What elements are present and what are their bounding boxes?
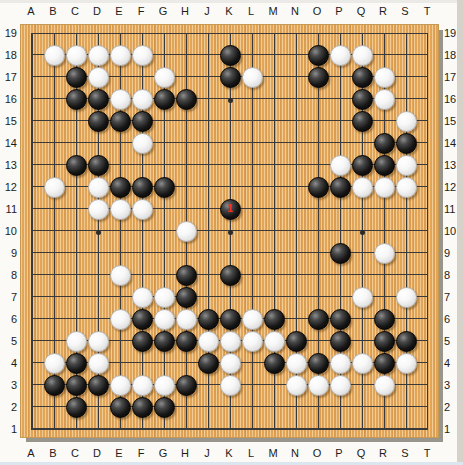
intersection-B4[interactable] (43, 352, 65, 374)
intersection-T10[interactable] (417, 220, 439, 242)
black-stone-D3[interactable] (88, 375, 109, 396)
white-stone-E8[interactable] (110, 265, 131, 286)
intersection-J3[interactable] (197, 374, 219, 396)
intersection-P13[interactable] (329, 154, 351, 176)
intersection-Q10[interactable] (351, 220, 373, 242)
black-stone-F5[interactable] (132, 331, 153, 352)
intersection-S18[interactable] (395, 44, 417, 66)
intersection-A9[interactable] (21, 242, 43, 264)
intersection-S6[interactable] (395, 308, 417, 330)
white-stone-Q7[interactable] (352, 287, 373, 308)
intersection-T14[interactable] (417, 132, 439, 154)
intersection-C3[interactable] (65, 374, 87, 396)
intersection-O10[interactable] (307, 220, 329, 242)
intersection-M16[interactable] (263, 88, 285, 110)
intersection-L7[interactable] (241, 286, 263, 308)
black-stone-F6[interactable] (132, 309, 153, 330)
intersection-H17[interactable] (175, 66, 197, 88)
intersection-N11[interactable] (285, 198, 307, 220)
intersection-N12[interactable] (285, 176, 307, 198)
intersection-T17[interactable] (417, 66, 439, 88)
intersection-R15[interactable] (373, 110, 395, 132)
intersection-F5[interactable] (131, 330, 153, 352)
black-stone-H7[interactable] (176, 287, 197, 308)
intersection-O12[interactable] (307, 176, 329, 198)
intersection-A8[interactable] (21, 264, 43, 286)
white-stone-R16[interactable] (374, 89, 395, 110)
intersection-G8[interactable] (153, 264, 175, 286)
intersection-R16[interactable] (373, 88, 395, 110)
black-stone-R6[interactable] (374, 309, 395, 330)
intersection-B12[interactable] (43, 176, 65, 198)
white-stone-F18[interactable] (132, 45, 153, 66)
intersection-L16[interactable] (241, 88, 263, 110)
intersection-L17[interactable] (241, 66, 263, 88)
intersection-J18[interactable] (197, 44, 219, 66)
intersection-F11[interactable] (131, 198, 153, 220)
black-stone-K11[interactable]: 1 (220, 199, 241, 220)
intersection-Q9[interactable] (351, 242, 373, 264)
intersection-D8[interactable] (87, 264, 109, 286)
intersection-S19[interactable] (395, 22, 417, 44)
go-board[interactable]: 1 (20, 24, 439, 438)
intersection-G2[interactable] (153, 396, 175, 418)
white-stone-L17[interactable] (242, 67, 263, 88)
intersection-M17[interactable] (263, 66, 285, 88)
intersection-Q1[interactable] (351, 418, 373, 440)
intersection-S1[interactable] (395, 418, 417, 440)
white-stone-F16[interactable] (132, 89, 153, 110)
intersection-Q7[interactable] (351, 286, 373, 308)
intersection-P19[interactable] (329, 22, 351, 44)
intersection-P11[interactable] (329, 198, 351, 220)
intersection-E14[interactable] (109, 132, 131, 154)
white-stone-Q18[interactable] (352, 45, 373, 66)
intersection-G5[interactable] (153, 330, 175, 352)
white-stone-N4[interactable] (286, 353, 307, 374)
intersection-Q17[interactable] (351, 66, 373, 88)
intersection-S4[interactable] (395, 352, 417, 374)
intersection-J14[interactable] (197, 132, 219, 154)
intersection-J15[interactable] (197, 110, 219, 132)
white-stone-C18[interactable] (66, 45, 87, 66)
white-stone-D18[interactable] (88, 45, 109, 66)
intersection-E6[interactable] (109, 308, 131, 330)
intersection-H8[interactable] (175, 264, 197, 286)
white-stone-O3[interactable] (308, 375, 329, 396)
intersection-M19[interactable] (263, 22, 285, 44)
intersection-F1[interactable] (131, 418, 153, 440)
intersection-B9[interactable] (43, 242, 65, 264)
intersection-E17[interactable] (109, 66, 131, 88)
white-stone-N3[interactable] (286, 375, 307, 396)
intersection-H14[interactable] (175, 132, 197, 154)
intersection-S13[interactable] (395, 154, 417, 176)
intersection-R18[interactable] (373, 44, 395, 66)
white-stone-R9[interactable] (374, 243, 395, 264)
intersection-C8[interactable] (65, 264, 87, 286)
intersection-L3[interactable] (241, 374, 263, 396)
intersection-B3[interactable] (43, 374, 65, 396)
intersection-N6[interactable] (285, 308, 307, 330)
intersection-R17[interactable] (373, 66, 395, 88)
intersection-F10[interactable] (131, 220, 153, 242)
intersection-O1[interactable] (307, 418, 329, 440)
white-stone-B4[interactable] (44, 353, 65, 374)
white-stone-B12[interactable] (44, 177, 65, 198)
intersection-N10[interactable] (285, 220, 307, 242)
intersection-Q13[interactable] (351, 154, 373, 176)
intersection-R4[interactable] (373, 352, 395, 374)
white-stone-P4[interactable] (330, 353, 351, 374)
intersection-D19[interactable] (87, 22, 109, 44)
intersection-G13[interactable] (153, 154, 175, 176)
intersection-H4[interactable] (175, 352, 197, 374)
intersection-N14[interactable] (285, 132, 307, 154)
intersection-E8[interactable] (109, 264, 131, 286)
black-stone-O6[interactable] (308, 309, 329, 330)
intersection-G18[interactable] (153, 44, 175, 66)
intersection-N5[interactable] (285, 330, 307, 352)
intersection-S3[interactable] (395, 374, 417, 396)
intersection-Q12[interactable] (351, 176, 373, 198)
white-stone-P3[interactable] (330, 375, 351, 396)
intersection-N8[interactable] (285, 264, 307, 286)
intersection-M4[interactable] (263, 352, 285, 374)
intersection-B1[interactable] (43, 418, 65, 440)
black-stone-O12[interactable] (308, 177, 329, 198)
black-stone-O17[interactable] (308, 67, 329, 88)
intersection-H10[interactable] (175, 220, 197, 242)
intersection-J5[interactable] (197, 330, 219, 352)
intersection-K12[interactable] (219, 176, 241, 198)
intersection-L2[interactable] (241, 396, 263, 418)
intersection-E5[interactable] (109, 330, 131, 352)
intersection-E15[interactable] (109, 110, 131, 132)
white-stone-S13[interactable] (396, 155, 417, 176)
intersection-N15[interactable] (285, 110, 307, 132)
white-stone-E16[interactable] (110, 89, 131, 110)
intersection-S14[interactable] (395, 132, 417, 154)
intersection-G19[interactable] (153, 22, 175, 44)
intersection-L1[interactable] (241, 418, 263, 440)
intersection-F9[interactable] (131, 242, 153, 264)
intersection-C6[interactable] (65, 308, 87, 330)
intersection-R10[interactable] (373, 220, 395, 242)
intersection-O19[interactable] (307, 22, 329, 44)
intersection-T13[interactable] (417, 154, 439, 176)
intersection-R9[interactable] (373, 242, 395, 264)
intersection-B7[interactable] (43, 286, 65, 308)
intersection-C19[interactable] (65, 22, 87, 44)
intersection-K11[interactable]: 1 (219, 198, 241, 220)
intersection-H13[interactable] (175, 154, 197, 176)
intersection-E16[interactable] (109, 88, 131, 110)
intersection-B18[interactable] (43, 44, 65, 66)
intersection-A6[interactable] (21, 308, 43, 330)
intersection-M8[interactable] (263, 264, 285, 286)
white-stone-R3[interactable] (374, 375, 395, 396)
intersection-M9[interactable] (263, 242, 285, 264)
black-stone-K6[interactable] (220, 309, 241, 330)
intersection-P8[interactable] (329, 264, 351, 286)
intersection-S9[interactable] (395, 242, 417, 264)
intersection-O13[interactable] (307, 154, 329, 176)
white-stone-R12[interactable] (374, 177, 395, 198)
black-stone-O18[interactable] (308, 45, 329, 66)
intersection-F17[interactable] (131, 66, 153, 88)
intersection-F2[interactable] (131, 396, 153, 418)
white-stone-G17[interactable] (154, 67, 175, 88)
intersection-F12[interactable] (131, 176, 153, 198)
intersection-C18[interactable] (65, 44, 87, 66)
black-stone-H5[interactable] (176, 331, 197, 352)
intersection-S16[interactable] (395, 88, 417, 110)
intersection-K18[interactable] (219, 44, 241, 66)
intersection-F8[interactable] (131, 264, 153, 286)
white-stone-F7[interactable] (132, 287, 153, 308)
intersection-H6[interactable] (175, 308, 197, 330)
intersection-T2[interactable] (417, 396, 439, 418)
black-stone-Q13[interactable] (352, 155, 373, 176)
intersection-T18[interactable] (417, 44, 439, 66)
intersection-R2[interactable] (373, 396, 395, 418)
intersection-S12[interactable] (395, 176, 417, 198)
intersection-E19[interactable] (109, 22, 131, 44)
black-stone-P6[interactable] (330, 309, 351, 330)
intersection-O17[interactable] (307, 66, 329, 88)
intersection-H9[interactable] (175, 242, 197, 264)
intersection-N19[interactable] (285, 22, 307, 44)
intersection-D6[interactable] (87, 308, 109, 330)
white-stone-P18[interactable] (330, 45, 351, 66)
intersection-D18[interactable] (87, 44, 109, 66)
black-stone-R4[interactable] (374, 353, 395, 374)
black-stone-R14[interactable] (374, 133, 395, 154)
intersection-H16[interactable] (175, 88, 197, 110)
intersection-Q15[interactable] (351, 110, 373, 132)
white-stone-S15[interactable] (396, 111, 417, 132)
intersection-G16[interactable] (153, 88, 175, 110)
black-stone-H8[interactable] (176, 265, 197, 286)
intersection-A18[interactable] (21, 44, 43, 66)
intersection-L12[interactable] (241, 176, 263, 198)
white-stone-S12[interactable] (396, 177, 417, 198)
intersection-O14[interactable] (307, 132, 329, 154)
intersection-N18[interactable] (285, 44, 307, 66)
white-stone-P13[interactable] (330, 155, 351, 176)
intersection-B2[interactable] (43, 396, 65, 418)
intersection-F4[interactable] (131, 352, 153, 374)
intersection-B11[interactable] (43, 198, 65, 220)
black-stone-Q16[interactable] (352, 89, 373, 110)
intersection-A19[interactable] (21, 22, 43, 44)
intersection-A1[interactable] (21, 418, 43, 440)
intersection-G9[interactable] (153, 242, 175, 264)
intersection-Q4[interactable] (351, 352, 373, 374)
white-stone-F3[interactable] (132, 375, 153, 396)
intersection-J7[interactable] (197, 286, 219, 308)
intersection-S8[interactable] (395, 264, 417, 286)
intersection-O15[interactable] (307, 110, 329, 132)
intersection-J16[interactable] (197, 88, 219, 110)
intersection-R8[interactable] (373, 264, 395, 286)
intersection-T6[interactable] (417, 308, 439, 330)
black-stone-K8[interactable] (220, 265, 241, 286)
intersection-A17[interactable] (21, 66, 43, 88)
intersection-N9[interactable] (285, 242, 307, 264)
black-stone-D15[interactable] (88, 111, 109, 132)
intersection-Q18[interactable] (351, 44, 373, 66)
black-stone-Q17[interactable] (352, 67, 373, 88)
intersection-P1[interactable] (329, 418, 351, 440)
intersection-K9[interactable] (219, 242, 241, 264)
intersection-L15[interactable] (241, 110, 263, 132)
intersection-N7[interactable] (285, 286, 307, 308)
intersection-P12[interactable] (329, 176, 351, 198)
intersection-K4[interactable] (219, 352, 241, 374)
intersection-D15[interactable] (87, 110, 109, 132)
black-stone-C3[interactable] (66, 375, 87, 396)
intersection-H5[interactable] (175, 330, 197, 352)
intersection-G1[interactable] (153, 418, 175, 440)
intersection-C15[interactable] (65, 110, 87, 132)
white-stone-F14[interactable] (132, 133, 153, 154)
intersection-P2[interactable] (329, 396, 351, 418)
intersection-A5[interactable] (21, 330, 43, 352)
intersection-C4[interactable] (65, 352, 87, 374)
intersection-M13[interactable] (263, 154, 285, 176)
black-stone-K18[interactable] (220, 45, 241, 66)
black-stone-D13[interactable] (88, 155, 109, 176)
white-stone-Q4[interactable] (352, 353, 373, 374)
intersection-L10[interactable] (241, 220, 263, 242)
black-stone-E15[interactable] (110, 111, 131, 132)
white-stone-M5[interactable] (264, 331, 285, 352)
intersection-F13[interactable] (131, 154, 153, 176)
intersection-C9[interactable] (65, 242, 87, 264)
white-stone-D5[interactable] (88, 331, 109, 352)
intersection-H7[interactable] (175, 286, 197, 308)
intersection-R5[interactable] (373, 330, 395, 352)
intersection-R6[interactable] (373, 308, 395, 330)
intersection-B16[interactable] (43, 88, 65, 110)
intersection-N3[interactable] (285, 374, 307, 396)
intersection-A13[interactable] (21, 154, 43, 176)
intersection-D9[interactable] (87, 242, 109, 264)
intersection-S7[interactable] (395, 286, 417, 308)
intersection-S11[interactable] (395, 198, 417, 220)
black-stone-G2[interactable] (154, 397, 175, 418)
intersection-E3[interactable] (109, 374, 131, 396)
intersection-P15[interactable] (329, 110, 351, 132)
intersection-M6[interactable] (263, 308, 285, 330)
white-stone-S7[interactable] (396, 287, 417, 308)
white-stone-G3[interactable] (154, 375, 175, 396)
intersection-Q2[interactable] (351, 396, 373, 418)
intersection-E11[interactable] (109, 198, 131, 220)
intersection-A15[interactable] (21, 110, 43, 132)
intersection-T5[interactable] (417, 330, 439, 352)
intersection-L19[interactable] (241, 22, 263, 44)
white-stone-D17[interactable] (88, 67, 109, 88)
white-stone-C5[interactable] (66, 331, 87, 352)
intersection-D1[interactable] (87, 418, 109, 440)
intersection-F15[interactable] (131, 110, 153, 132)
intersection-L13[interactable] (241, 154, 263, 176)
intersection-M3[interactable] (263, 374, 285, 396)
intersection-K2[interactable] (219, 396, 241, 418)
intersection-M2[interactable] (263, 396, 285, 418)
intersection-L6[interactable] (241, 308, 263, 330)
white-stone-K4[interactable] (220, 353, 241, 374)
intersection-D7[interactable] (87, 286, 109, 308)
intersection-Q8[interactable] (351, 264, 373, 286)
intersection-B17[interactable] (43, 66, 65, 88)
white-stone-L5[interactable] (242, 331, 263, 352)
intersection-B19[interactable] (43, 22, 65, 44)
intersection-L4[interactable] (241, 352, 263, 374)
intersection-J1[interactable] (197, 418, 219, 440)
intersection-G6[interactable] (153, 308, 175, 330)
white-stone-D4[interactable] (88, 353, 109, 374)
intersection-O5[interactable] (307, 330, 329, 352)
intersection-B15[interactable] (43, 110, 65, 132)
intersection-S2[interactable] (395, 396, 417, 418)
black-stone-H16[interactable] (176, 89, 197, 110)
intersection-P5[interactable] (329, 330, 351, 352)
intersection-P17[interactable] (329, 66, 351, 88)
intersection-P6[interactable] (329, 308, 351, 330)
black-stone-P12[interactable] (330, 177, 351, 198)
intersection-G3[interactable] (153, 374, 175, 396)
intersection-A11[interactable] (21, 198, 43, 220)
intersection-F7[interactable] (131, 286, 153, 308)
intersection-D16[interactable] (87, 88, 109, 110)
intersection-C7[interactable] (65, 286, 87, 308)
intersection-B5[interactable] (43, 330, 65, 352)
intersection-A16[interactable] (21, 88, 43, 110)
intersection-B10[interactable] (43, 220, 65, 242)
intersection-O8[interactable] (307, 264, 329, 286)
black-stone-H3[interactable] (176, 375, 197, 396)
white-stone-L6[interactable] (242, 309, 263, 330)
intersection-L14[interactable] (241, 132, 263, 154)
intersection-G7[interactable] (153, 286, 175, 308)
intersection-P18[interactable] (329, 44, 351, 66)
black-stone-M6[interactable] (264, 309, 285, 330)
intersection-P14[interactable] (329, 132, 351, 154)
intersection-H11[interactable] (175, 198, 197, 220)
black-stone-E2[interactable] (110, 397, 131, 418)
intersection-A2[interactable] (21, 396, 43, 418)
intersection-S5[interactable] (395, 330, 417, 352)
intersection-C10[interactable] (65, 220, 87, 242)
intersection-E13[interactable] (109, 154, 131, 176)
intersection-L9[interactable] (241, 242, 263, 264)
intersection-N17[interactable] (285, 66, 307, 88)
intersection-Q3[interactable] (351, 374, 373, 396)
intersection-L11[interactable] (241, 198, 263, 220)
black-stone-F2[interactable] (132, 397, 153, 418)
intersection-D14[interactable] (87, 132, 109, 154)
intersection-D11[interactable] (87, 198, 109, 220)
intersection-J8[interactable] (197, 264, 219, 286)
intersection-Q16[interactable] (351, 88, 373, 110)
black-stone-J4[interactable] (198, 353, 219, 374)
intersection-K13[interactable] (219, 154, 241, 176)
intersection-G17[interactable] (153, 66, 175, 88)
